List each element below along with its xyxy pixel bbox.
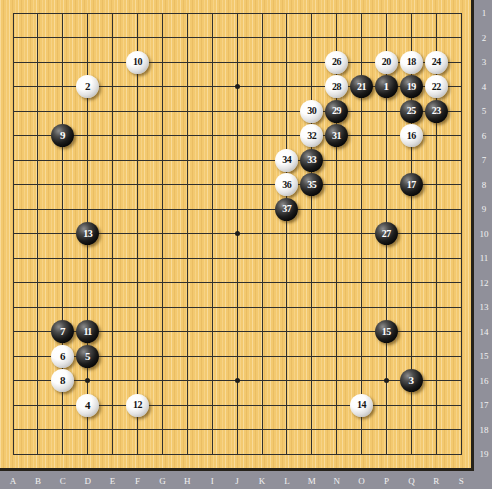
intersection[interactable] xyxy=(424,417,449,442)
intersection[interactable] xyxy=(274,417,299,442)
intersection[interactable]: 3 xyxy=(399,368,424,393)
intersection[interactable] xyxy=(150,368,175,393)
intersection[interactable] xyxy=(274,393,299,418)
intersection[interactable] xyxy=(150,1,175,26)
intersection[interactable] xyxy=(50,417,75,442)
intersection[interactable] xyxy=(424,148,449,173)
intersection[interactable] xyxy=(349,368,374,393)
intersection[interactable] xyxy=(225,344,250,369)
intersection[interactable] xyxy=(299,246,324,271)
intersection[interactable] xyxy=(25,417,50,442)
intersection[interactable] xyxy=(125,295,150,320)
intersection[interactable] xyxy=(349,25,374,50)
intersection[interactable] xyxy=(449,270,474,295)
intersection[interactable] xyxy=(424,1,449,26)
intersection[interactable] xyxy=(225,123,250,148)
intersection[interactable] xyxy=(50,393,75,418)
intersection[interactable] xyxy=(150,197,175,222)
intersection[interactable] xyxy=(25,148,50,173)
intersection[interactable] xyxy=(100,270,125,295)
intersection[interactable] xyxy=(424,25,449,50)
intersection[interactable] xyxy=(249,368,274,393)
intersection[interactable] xyxy=(274,25,299,50)
intersection[interactable] xyxy=(399,319,424,344)
intersection[interactable] xyxy=(125,25,150,50)
intersection[interactable] xyxy=(424,197,449,222)
intersection[interactable] xyxy=(175,270,200,295)
intersection[interactable]: 24 xyxy=(424,50,449,75)
intersection[interactable] xyxy=(175,442,200,467)
intersection[interactable] xyxy=(449,99,474,124)
intersection[interactable]: 27 xyxy=(374,221,399,246)
intersection[interactable] xyxy=(374,368,399,393)
intersection[interactable] xyxy=(150,246,175,271)
intersection[interactable] xyxy=(50,270,75,295)
intersection[interactable] xyxy=(349,417,374,442)
intersection[interactable] xyxy=(249,442,274,467)
intersection[interactable] xyxy=(200,270,225,295)
intersection[interactable] xyxy=(100,172,125,197)
intersection[interactable] xyxy=(175,221,200,246)
intersection[interactable] xyxy=(200,246,225,271)
intersection[interactable] xyxy=(150,344,175,369)
intersection[interactable] xyxy=(150,442,175,467)
intersection[interactable] xyxy=(249,172,274,197)
intersection[interactable] xyxy=(349,319,374,344)
intersection[interactable] xyxy=(1,25,26,50)
intersection[interactable] xyxy=(25,442,50,467)
intersection[interactable] xyxy=(349,197,374,222)
intersection[interactable]: 23 xyxy=(424,99,449,124)
intersection[interactable] xyxy=(1,197,26,222)
intersection[interactable] xyxy=(449,123,474,148)
intersection[interactable] xyxy=(449,148,474,173)
intersection[interactable] xyxy=(349,148,374,173)
intersection[interactable] xyxy=(100,123,125,148)
intersection[interactable] xyxy=(200,74,225,99)
intersection[interactable] xyxy=(449,393,474,418)
intersection[interactable] xyxy=(1,417,26,442)
intersection[interactable] xyxy=(274,99,299,124)
intersection[interactable] xyxy=(249,50,274,75)
intersection[interactable] xyxy=(249,99,274,124)
intersection[interactable] xyxy=(75,417,100,442)
intersection[interactable] xyxy=(299,393,324,418)
go-board[interactable]: 1026201824228211192230292523932311634333… xyxy=(0,0,474,471)
intersection[interactable] xyxy=(374,393,399,418)
intersection[interactable] xyxy=(125,1,150,26)
intersection[interactable]: 36 xyxy=(274,172,299,197)
intersection[interactable] xyxy=(75,197,100,222)
intersection[interactable] xyxy=(200,197,225,222)
intersection[interactable] xyxy=(449,197,474,222)
intersection[interactable] xyxy=(175,197,200,222)
intersection[interactable] xyxy=(374,172,399,197)
intersection[interactable] xyxy=(225,270,250,295)
intersection[interactable]: 7 xyxy=(50,319,75,344)
intersection[interactable] xyxy=(225,368,250,393)
intersection[interactable] xyxy=(150,50,175,75)
intersection[interactable] xyxy=(175,344,200,369)
intersection[interactable] xyxy=(100,50,125,75)
intersection[interactable] xyxy=(200,172,225,197)
intersection[interactable] xyxy=(374,197,399,222)
intersection[interactable] xyxy=(150,295,175,320)
intersection[interactable] xyxy=(399,393,424,418)
intersection[interactable] xyxy=(249,123,274,148)
intersection[interactable]: 5 xyxy=(75,344,100,369)
intersection[interactable] xyxy=(75,1,100,26)
intersection[interactable] xyxy=(200,148,225,173)
intersection[interactable] xyxy=(25,1,50,26)
intersection[interactable] xyxy=(75,172,100,197)
intersection[interactable] xyxy=(449,221,474,246)
intersection[interactable]: 26 xyxy=(324,50,349,75)
intersection[interactable] xyxy=(449,344,474,369)
intersection[interactable] xyxy=(200,295,225,320)
intersection[interactable] xyxy=(125,99,150,124)
intersection[interactable] xyxy=(249,197,274,222)
intersection[interactable]: 11 xyxy=(75,319,100,344)
intersection[interactable] xyxy=(175,148,200,173)
intersection[interactable] xyxy=(50,442,75,467)
intersection[interactable]: 10 xyxy=(125,50,150,75)
intersection[interactable] xyxy=(349,270,374,295)
intersection[interactable] xyxy=(25,344,50,369)
intersection[interactable] xyxy=(175,393,200,418)
intersection[interactable] xyxy=(1,123,26,148)
intersection[interactable] xyxy=(100,417,125,442)
intersection[interactable] xyxy=(25,270,50,295)
intersection[interactable]: 35 xyxy=(299,172,324,197)
intersection[interactable] xyxy=(349,344,374,369)
intersection[interactable] xyxy=(75,246,100,271)
intersection[interactable] xyxy=(125,123,150,148)
intersection[interactable] xyxy=(349,442,374,467)
intersection[interactable] xyxy=(225,221,250,246)
intersection[interactable] xyxy=(25,74,50,99)
intersection[interactable] xyxy=(274,246,299,271)
intersection[interactable] xyxy=(175,368,200,393)
intersection[interactable] xyxy=(50,50,75,75)
intersection[interactable]: 33 xyxy=(299,148,324,173)
intersection[interactable] xyxy=(100,344,125,369)
intersection[interactable] xyxy=(424,319,449,344)
intersection[interactable] xyxy=(399,442,424,467)
intersection[interactable] xyxy=(324,221,349,246)
intersection[interactable] xyxy=(75,50,100,75)
intersection[interactable] xyxy=(324,295,349,320)
intersection[interactable] xyxy=(225,50,250,75)
intersection[interactable] xyxy=(249,319,274,344)
intersection[interactable] xyxy=(374,344,399,369)
intersection[interactable] xyxy=(100,246,125,271)
intersection[interactable] xyxy=(175,50,200,75)
intersection[interactable] xyxy=(25,295,50,320)
intersection[interactable] xyxy=(25,221,50,246)
intersection[interactable] xyxy=(324,393,349,418)
intersection[interactable] xyxy=(249,246,274,271)
intersection[interactable] xyxy=(150,417,175,442)
intersection[interactable] xyxy=(1,50,26,75)
intersection[interactable] xyxy=(100,442,125,467)
intersection[interactable] xyxy=(225,99,250,124)
intersection[interactable] xyxy=(25,246,50,271)
intersection[interactable] xyxy=(150,25,175,50)
intersection[interactable] xyxy=(349,246,374,271)
intersection[interactable] xyxy=(274,74,299,99)
intersection[interactable] xyxy=(150,270,175,295)
intersection[interactable] xyxy=(449,172,474,197)
intersection[interactable] xyxy=(100,368,125,393)
intersection[interactable] xyxy=(200,344,225,369)
intersection[interactable] xyxy=(75,99,100,124)
intersection[interactable] xyxy=(399,148,424,173)
intersection[interactable] xyxy=(1,442,26,467)
intersection[interactable]: 25 xyxy=(399,99,424,124)
intersection[interactable] xyxy=(125,74,150,99)
intersection[interactable] xyxy=(200,368,225,393)
intersection[interactable] xyxy=(50,295,75,320)
intersection[interactable] xyxy=(324,1,349,26)
intersection[interactable] xyxy=(200,221,225,246)
intersection[interactable] xyxy=(1,246,26,271)
intersection[interactable] xyxy=(249,393,274,418)
intersection[interactable] xyxy=(50,197,75,222)
intersection[interactable] xyxy=(249,295,274,320)
intersection[interactable] xyxy=(1,1,26,26)
intersection[interactable] xyxy=(25,319,50,344)
intersection[interactable]: 16 xyxy=(399,123,424,148)
intersection[interactable] xyxy=(50,221,75,246)
intersection[interactable]: 37 xyxy=(274,197,299,222)
intersection[interactable] xyxy=(75,368,100,393)
intersection[interactable] xyxy=(50,99,75,124)
intersection[interactable] xyxy=(200,50,225,75)
intersection[interactable] xyxy=(125,270,150,295)
intersection[interactable] xyxy=(225,319,250,344)
intersection[interactable] xyxy=(399,246,424,271)
intersection[interactable] xyxy=(299,417,324,442)
intersection[interactable] xyxy=(225,246,250,271)
intersection[interactable] xyxy=(399,295,424,320)
intersection[interactable]: 34 xyxy=(274,148,299,173)
intersection[interactable] xyxy=(324,344,349,369)
intersection[interactable] xyxy=(150,172,175,197)
intersection[interactable] xyxy=(299,1,324,26)
intersection[interactable] xyxy=(274,221,299,246)
intersection[interactable] xyxy=(424,442,449,467)
intersection[interactable] xyxy=(349,295,374,320)
intersection[interactable]: 15 xyxy=(374,319,399,344)
intersection[interactable]: 28 xyxy=(324,74,349,99)
intersection[interactable]: 8 xyxy=(50,368,75,393)
intersection[interactable] xyxy=(100,25,125,50)
intersection[interactable]: 9 xyxy=(50,123,75,148)
intersection[interactable] xyxy=(324,25,349,50)
intersection[interactable] xyxy=(274,123,299,148)
intersection[interactable] xyxy=(125,319,150,344)
intersection[interactable] xyxy=(424,344,449,369)
intersection[interactable] xyxy=(449,295,474,320)
intersection[interactable] xyxy=(125,172,150,197)
intersection[interactable] xyxy=(50,1,75,26)
intersection[interactable] xyxy=(274,344,299,369)
intersection[interactable] xyxy=(1,270,26,295)
intersection[interactable]: 22 xyxy=(424,74,449,99)
intersection[interactable] xyxy=(200,442,225,467)
intersection[interactable] xyxy=(249,74,274,99)
intersection[interactable] xyxy=(274,1,299,26)
intersection[interactable]: 14 xyxy=(349,393,374,418)
intersection[interactable] xyxy=(349,172,374,197)
intersection[interactable] xyxy=(125,148,150,173)
intersection[interactable] xyxy=(25,368,50,393)
intersection[interactable] xyxy=(1,99,26,124)
intersection[interactable]: 30 xyxy=(299,99,324,124)
intersection[interactable] xyxy=(175,246,200,271)
intersection[interactable] xyxy=(424,368,449,393)
intersection[interactable] xyxy=(274,442,299,467)
intersection[interactable] xyxy=(374,246,399,271)
intersection[interactable] xyxy=(225,197,250,222)
intersection[interactable] xyxy=(424,393,449,418)
intersection[interactable]: 19 xyxy=(399,74,424,99)
intersection[interactable] xyxy=(374,1,399,26)
intersection[interactable] xyxy=(299,319,324,344)
intersection[interactable] xyxy=(225,442,250,467)
intersection[interactable] xyxy=(100,393,125,418)
intersection[interactable] xyxy=(349,99,374,124)
intersection[interactable] xyxy=(399,221,424,246)
intersection[interactable] xyxy=(25,197,50,222)
intersection[interactable]: 32 xyxy=(299,123,324,148)
intersection[interactable] xyxy=(1,74,26,99)
intersection[interactable] xyxy=(324,319,349,344)
intersection[interactable] xyxy=(449,368,474,393)
intersection[interactable] xyxy=(225,1,250,26)
intersection[interactable] xyxy=(1,148,26,173)
intersection[interactable] xyxy=(299,344,324,369)
intersection[interactable] xyxy=(225,25,250,50)
intersection[interactable] xyxy=(449,74,474,99)
intersection[interactable]: 21 xyxy=(349,74,374,99)
intersection[interactable] xyxy=(449,1,474,26)
intersection[interactable] xyxy=(75,295,100,320)
intersection[interactable] xyxy=(249,221,274,246)
intersection[interactable] xyxy=(274,295,299,320)
intersection[interactable] xyxy=(274,50,299,75)
intersection[interactable] xyxy=(200,123,225,148)
intersection[interactable] xyxy=(125,417,150,442)
intersection[interactable]: 6 xyxy=(50,344,75,369)
intersection[interactable] xyxy=(299,368,324,393)
intersection[interactable] xyxy=(299,197,324,222)
intersection[interactable] xyxy=(100,197,125,222)
intersection[interactable] xyxy=(125,368,150,393)
intersection[interactable] xyxy=(125,442,150,467)
intersection[interactable] xyxy=(50,25,75,50)
intersection[interactable] xyxy=(374,123,399,148)
intersection[interactable] xyxy=(374,442,399,467)
intersection[interactable] xyxy=(449,442,474,467)
intersection[interactable] xyxy=(175,25,200,50)
intersection[interactable] xyxy=(200,393,225,418)
intersection[interactable] xyxy=(299,221,324,246)
intersection[interactable] xyxy=(25,99,50,124)
intersection[interactable] xyxy=(349,1,374,26)
intersection[interactable] xyxy=(175,295,200,320)
intersection[interactable] xyxy=(274,368,299,393)
intersection[interactable] xyxy=(100,148,125,173)
intersection[interactable] xyxy=(324,246,349,271)
intersection[interactable] xyxy=(374,417,399,442)
intersection[interactable] xyxy=(374,270,399,295)
intersection[interactable] xyxy=(100,295,125,320)
intersection[interactable] xyxy=(175,74,200,99)
intersection[interactable] xyxy=(100,319,125,344)
intersection[interactable] xyxy=(50,74,75,99)
intersection[interactable] xyxy=(374,99,399,124)
intersection[interactable]: 4 xyxy=(75,393,100,418)
intersection[interactable] xyxy=(1,172,26,197)
intersection[interactable] xyxy=(100,221,125,246)
intersection[interactable] xyxy=(1,344,26,369)
intersection[interactable]: 2 xyxy=(75,74,100,99)
intersection[interactable] xyxy=(125,344,150,369)
intersection[interactable] xyxy=(25,172,50,197)
intersection[interactable] xyxy=(399,197,424,222)
intersection[interactable] xyxy=(175,99,200,124)
intersection[interactable] xyxy=(374,25,399,50)
intersection[interactable] xyxy=(1,393,26,418)
intersection[interactable] xyxy=(100,1,125,26)
intersection[interactable] xyxy=(200,1,225,26)
intersection[interactable] xyxy=(274,319,299,344)
intersection[interactable] xyxy=(374,295,399,320)
intersection[interactable] xyxy=(150,148,175,173)
intersection[interactable] xyxy=(399,25,424,50)
intersection[interactable] xyxy=(25,50,50,75)
intersection[interactable] xyxy=(449,246,474,271)
intersection[interactable]: 18 xyxy=(399,50,424,75)
intersection[interactable] xyxy=(324,148,349,173)
intersection[interactable] xyxy=(225,148,250,173)
intersection[interactable] xyxy=(75,270,100,295)
intersection[interactable] xyxy=(449,319,474,344)
intersection[interactable]: 12 xyxy=(125,393,150,418)
intersection[interactable] xyxy=(299,270,324,295)
intersection[interactable]: 1 xyxy=(374,74,399,99)
intersection[interactable] xyxy=(449,50,474,75)
intersection[interactable]: 20 xyxy=(374,50,399,75)
intersection[interactable] xyxy=(1,295,26,320)
intersection[interactable] xyxy=(299,74,324,99)
intersection[interactable] xyxy=(399,270,424,295)
intersection[interactable] xyxy=(50,246,75,271)
intersection[interactable] xyxy=(349,123,374,148)
intersection[interactable] xyxy=(50,148,75,173)
intersection[interactable] xyxy=(374,148,399,173)
intersection[interactable] xyxy=(324,172,349,197)
intersection[interactable] xyxy=(75,123,100,148)
intersection[interactable] xyxy=(249,270,274,295)
intersection[interactable] xyxy=(175,1,200,26)
intersection[interactable] xyxy=(50,172,75,197)
intersection[interactable]: 29 xyxy=(324,99,349,124)
intersection[interactable] xyxy=(150,393,175,418)
intersection[interactable] xyxy=(200,25,225,50)
